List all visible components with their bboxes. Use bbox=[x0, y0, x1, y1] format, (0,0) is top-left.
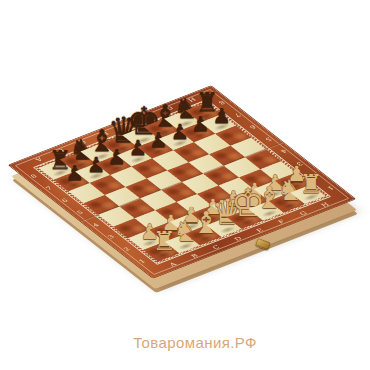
product-photo: ABCDEFGH ABCDEFGH 12345678 12345678 ♜♞♝♛… bbox=[0, 0, 370, 370]
watermark-text: Товаромания.РФ bbox=[20, 334, 370, 351]
chess-board: ABCDEFGH ABCDEFGH 12345678 12345678 ♜♞♝♛… bbox=[9, 86, 355, 278]
piece-black-rook-h8: ♜ bbox=[194, 89, 220, 115]
